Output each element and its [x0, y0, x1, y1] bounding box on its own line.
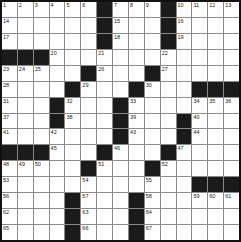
crossword-cell[interactable]	[177, 177, 192, 192]
crossword-cell[interactable]	[145, 114, 160, 129]
clue-number: 53	[3, 177, 9, 183]
clue-number: 51	[98, 161, 104, 167]
crossword-cell[interactable]: 42	[50, 129, 65, 144]
crossword-cell[interactable]	[224, 34, 239, 49]
crossword-cell[interactable]	[34, 177, 49, 192]
crossword-cell[interactable]	[145, 34, 160, 49]
crossword-cell[interactable]	[97, 114, 112, 129]
crossword-cell[interactable]	[224, 225, 239, 240]
black-cell	[224, 177, 239, 192]
clue-number: 11	[193, 2, 199, 8]
clue-number: 58	[146, 193, 152, 199]
crossword-cell[interactable]: 7	[113, 2, 128, 17]
clue-number: 3	[35, 2, 38, 8]
clue-number: 54	[82, 177, 88, 183]
black-cell	[81, 161, 96, 176]
black-cell	[97, 18, 112, 33]
clue-number: 35	[209, 98, 215, 104]
clue-number: 52	[162, 161, 168, 167]
crossword-cell[interactable]	[161, 98, 176, 113]
crossword-cell[interactable]: 2	[18, 2, 33, 17]
crossword-cell[interactable]	[177, 98, 192, 113]
crossword-cell[interactable]: 39	[129, 114, 144, 129]
clue-number: 33	[130, 98, 136, 104]
crossword-cell[interactable]	[113, 225, 128, 240]
black-cell	[145, 66, 160, 81]
crossword-cell[interactable]	[161, 129, 176, 144]
crossword-cell[interactable]	[208, 50, 223, 65]
black-cell	[97, 2, 112, 17]
crossword-cell[interactable]	[34, 193, 49, 208]
black-cell	[2, 50, 17, 65]
crossword-cell[interactable]: 55	[145, 177, 160, 192]
crossword-cell[interactable]: 23	[2, 66, 17, 81]
crossword-cell[interactable]: 26	[97, 66, 112, 81]
clue-number: 2	[19, 2, 22, 8]
crossword-cell[interactable]	[192, 34, 207, 49]
crossword-cell[interactable]: 1	[2, 2, 17, 17]
crossword-cell[interactable]: 18	[113, 34, 128, 49]
crossword-cell[interactable]	[18, 193, 33, 208]
black-cell	[97, 34, 112, 49]
crossword-cell[interactable]	[208, 66, 223, 81]
clue-number: 21	[98, 50, 104, 56]
crossword-cell[interactable]	[65, 50, 80, 65]
clue-number: 12	[209, 2, 215, 8]
black-cell	[34, 145, 49, 160]
crossword-cell[interactable]: 21	[97, 50, 112, 65]
clue-number: 66	[82, 225, 88, 231]
crossword-cell[interactable]: 51	[97, 161, 112, 176]
crossword-cell[interactable]: 66	[81, 225, 96, 240]
crossword-cell[interactable]	[113, 193, 128, 208]
crossword-cell[interactable]	[224, 145, 239, 160]
crossword-cell[interactable]	[97, 177, 112, 192]
crossword-cell[interactable]	[161, 82, 176, 97]
crossword-cell[interactable]: 9	[145, 2, 160, 17]
black-cell	[97, 145, 112, 160]
crossword-cell[interactable]: 35	[208, 98, 223, 113]
black-cell	[65, 225, 80, 240]
crossword-cell[interactable]: 56	[2, 193, 17, 208]
crossword-cell[interactable]: 38	[65, 114, 80, 129]
clue-number: 42	[51, 129, 57, 135]
crossword-cell[interactable]: 37	[2, 114, 17, 129]
clue-number: 67	[146, 225, 152, 231]
black-cell	[113, 114, 128, 129]
crossword-cell[interactable]	[113, 66, 128, 81]
crossword-cell[interactable]	[34, 129, 49, 144]
crossword-cell[interactable]	[177, 82, 192, 97]
clue-number: 62	[3, 209, 9, 215]
black-cell	[161, 34, 176, 49]
black-cell	[177, 129, 192, 144]
black-cell	[113, 98, 128, 113]
crossword-cell[interactable]	[113, 161, 128, 176]
crossword-cell[interactable]	[34, 209, 49, 224]
crossword-cell[interactable]	[81, 50, 96, 65]
clue-number: 1	[3, 2, 6, 8]
crossword-cell[interactable]	[177, 66, 192, 81]
crossword-cell[interactable]	[145, 129, 160, 144]
crossword-cell[interactable]	[192, 66, 207, 81]
crossword-cell[interactable]	[81, 114, 96, 129]
crossword-cell[interactable]	[208, 34, 223, 49]
clue-number: 34	[193, 98, 199, 104]
crossword-cell[interactable]	[97, 82, 112, 97]
crossword-cell[interactable]	[208, 114, 223, 129]
crossword-cell[interactable]	[224, 18, 239, 33]
black-cell	[208, 82, 223, 97]
clue-number: 43	[130, 129, 136, 135]
clue-number: 37	[3, 114, 9, 120]
crossword-cell[interactable]: 67	[145, 225, 160, 240]
crossword-cell[interactable]	[129, 177, 144, 192]
clue-number: 17	[3, 34, 9, 40]
clue-number: 14	[3, 18, 9, 24]
crossword-cell[interactable]: 62	[2, 209, 17, 224]
black-cell	[50, 114, 65, 129]
crossword-cell[interactable]: 19	[177, 34, 192, 49]
clue-number: 38	[66, 114, 72, 120]
crossword-cell[interactable]	[177, 50, 192, 65]
black-cell	[2, 145, 17, 160]
clue-number: 8	[130, 2, 133, 8]
clue-number: 6	[82, 2, 85, 8]
crossword-cell[interactable]	[208, 18, 223, 33]
crossword-cell[interactable]	[177, 161, 192, 176]
black-cell	[208, 177, 223, 192]
crossword-cell[interactable]	[97, 209, 112, 224]
crossword-cell[interactable]: 48	[2, 161, 17, 176]
black-cell	[129, 193, 144, 208]
crossword-cell[interactable]	[113, 177, 128, 192]
clue-number: 47	[178, 145, 184, 151]
crossword-cell[interactable]: 54	[81, 177, 96, 192]
crossword-cell[interactable]: 41	[2, 129, 17, 144]
crossword-cell[interactable]	[65, 34, 80, 49]
black-cell	[224, 82, 239, 97]
crossword-cell[interactable]	[224, 209, 239, 224]
crossword-cell[interactable]	[177, 193, 192, 208]
crossword-cell[interactable]: 49	[18, 161, 33, 176]
crossword-cell[interactable]	[50, 225, 65, 240]
crossword-cell[interactable]	[81, 145, 96, 160]
clue-number: 30	[146, 82, 152, 88]
crossword-cell[interactable]	[97, 129, 112, 144]
crossword-cell[interactable]	[65, 129, 80, 144]
crossword-cell[interactable]: 15	[113, 18, 128, 33]
crossword-cell[interactable]	[208, 129, 223, 144]
crossword-cell[interactable]	[113, 82, 128, 97]
black-cell	[65, 82, 80, 97]
clue-number: 18	[114, 34, 120, 40]
crossword-cell[interactable]: 34	[192, 98, 207, 113]
crossword-cell[interactable]	[97, 225, 112, 240]
clue-number: 65	[3, 225, 9, 231]
crossword-cell[interactable]	[97, 193, 112, 208]
black-cell	[129, 225, 144, 240]
crossword-cell[interactable]	[208, 161, 223, 176]
crossword-cell[interactable]	[50, 34, 65, 49]
crossword-cell[interactable]: 5	[65, 2, 80, 17]
crossword-cell[interactable]: 44	[192, 129, 207, 144]
crossword-cell[interactable]	[129, 50, 144, 65]
clue-number: 4	[51, 2, 54, 8]
crossword-cell[interactable]: 36	[224, 98, 239, 113]
crossword-cell[interactable]: 50	[34, 161, 49, 176]
crossword-cell[interactable]	[192, 161, 207, 176]
clue-number: 45	[51, 145, 57, 151]
crossword-cell[interactable]	[113, 209, 128, 224]
crossword-cell[interactable]: 6	[81, 2, 96, 17]
crossword-cell[interactable]	[18, 82, 33, 97]
clue-number: 24	[19, 66, 25, 72]
crossword-cell[interactable]: 16	[177, 18, 192, 33]
crossword-cell[interactable]	[34, 225, 49, 240]
crossword-cell[interactable]: 24	[18, 66, 33, 81]
black-cell	[161, 18, 176, 33]
crossword-cell[interactable]: 64	[145, 209, 160, 224]
crossword-cell[interactable]	[18, 98, 33, 113]
crossword-cell[interactable]	[224, 129, 239, 144]
clue-number: 36	[225, 98, 231, 104]
crossword-cell[interactable]: 13	[224, 2, 239, 17]
crossword-cell[interactable]	[34, 82, 49, 97]
clue-number: 20	[51, 50, 57, 56]
crossword-cell[interactable]	[50, 177, 65, 192]
crossword-cell[interactable]	[50, 193, 65, 208]
crossword-cell[interactable]	[18, 177, 33, 192]
clue-number: 13	[225, 2, 231, 8]
crossword-cell[interactable]	[192, 225, 207, 240]
crossword-cell[interactable]	[129, 18, 144, 33]
clue-number: 15	[114, 18, 120, 24]
clue-number: 56	[3, 193, 9, 199]
black-cell	[34, 50, 49, 65]
clue-number: 64	[146, 209, 152, 215]
clue-number: 10	[178, 2, 184, 8]
crossword-cell[interactable]	[208, 225, 223, 240]
clue-number: 29	[82, 82, 88, 88]
crossword-cell[interactable]: 40	[192, 114, 207, 129]
crossword-cell[interactable]: 20	[50, 50, 65, 65]
crossword-cell[interactable]	[113, 50, 128, 65]
crossword-cell[interactable]	[18, 129, 33, 144]
crossword-cell[interactable]	[34, 34, 49, 49]
crossword-cell[interactable]: 22	[161, 50, 176, 65]
black-cell	[81, 66, 96, 81]
crossword-cell[interactable]: 45	[50, 145, 65, 160]
crossword-cell[interactable]	[177, 225, 192, 240]
clue-number: 26	[98, 66, 104, 72]
crossword-cell[interactable]: 27	[161, 66, 176, 81]
black-cell	[145, 161, 160, 176]
crossword-cell[interactable]: 30	[145, 82, 160, 97]
crossword-cell[interactable]: 60	[208, 193, 223, 208]
crossword-cell[interactable]	[161, 114, 176, 129]
clue-number: 27	[162, 66, 168, 72]
crossword-cell[interactable]	[18, 209, 33, 224]
crossword-cell[interactable]	[50, 209, 65, 224]
clue-number: 7	[114, 2, 117, 8]
clue-number: 59	[193, 193, 199, 199]
crossword-cell[interactable]	[50, 18, 65, 33]
crossword-cell[interactable]	[65, 18, 80, 33]
black-cell	[129, 209, 144, 224]
clue-number: 9	[146, 2, 149, 8]
clue-number: 63	[82, 209, 88, 215]
crossword-cell[interactable]	[18, 18, 33, 33]
crossword-cell[interactable]: 3	[34, 2, 49, 17]
crossword-cell[interactable]	[129, 66, 144, 81]
black-cell	[65, 193, 80, 208]
crossword-cell[interactable]: 11	[192, 2, 207, 17]
clue-number: 49	[19, 161, 25, 167]
clue-number: 25	[35, 66, 41, 72]
clue-number: 41	[3, 129, 9, 135]
clue-number: 31	[3, 98, 9, 104]
crossword-cell[interactable]	[145, 145, 160, 160]
crossword-cell[interactable]: 63	[81, 209, 96, 224]
crossword-cell[interactable]	[18, 225, 33, 240]
clue-number: 60	[209, 193, 215, 199]
black-cell	[161, 2, 176, 17]
black-cell	[65, 209, 80, 224]
clue-number: 28	[3, 82, 9, 88]
crossword-cell[interactable]: 52	[161, 161, 176, 176]
crossword-cell[interactable]	[50, 82, 65, 97]
crossword-cell[interactable]	[65, 66, 80, 81]
crossword-cell[interactable]	[145, 50, 160, 65]
crossword-cell[interactable]	[161, 177, 176, 192]
crossword-cell[interactable]	[161, 209, 176, 224]
clue-number: 16	[178, 18, 184, 24]
crossword-cell[interactable]	[81, 34, 96, 49]
crossword-cell[interactable]	[208, 145, 223, 160]
clue-number: 39	[130, 114, 136, 120]
black-cell	[177, 114, 192, 129]
crossword-cell[interactable]	[145, 18, 160, 33]
crossword-cell[interactable]: 59	[192, 193, 207, 208]
clue-number: 46	[114, 145, 120, 151]
clue-number: 23	[3, 66, 9, 72]
black-cell	[161, 145, 176, 160]
clue-number: 61	[225, 193, 231, 199]
clue-number: 5	[66, 2, 69, 8]
crossword-cell[interactable]	[208, 209, 223, 224]
black-cell	[192, 82, 207, 97]
crossword-cell[interactable]	[129, 34, 144, 49]
crossword-cell[interactable]: 65	[2, 225, 17, 240]
crossword-cell[interactable]	[50, 66, 65, 81]
crossword-cell[interactable]: 58	[145, 193, 160, 208]
crossword-cell[interactable]	[192, 18, 207, 33]
black-cell	[18, 145, 33, 160]
crossword-cell[interactable]	[65, 145, 80, 160]
crossword-cell[interactable]	[224, 50, 239, 65]
crossword-cell[interactable]: 17	[2, 34, 17, 49]
crossword-cell[interactable]	[192, 209, 207, 224]
crossword-cell[interactable]	[192, 50, 207, 65]
crossword-cell[interactable]: 10	[177, 2, 192, 17]
crossword-cell[interactable]: 46	[113, 145, 128, 160]
crossword-cell[interactable]	[161, 225, 176, 240]
crossword-cell[interactable]	[192, 145, 207, 160]
crossword-cell[interactable]: 61	[224, 193, 239, 208]
crossword-cell[interactable]	[97, 98, 112, 113]
crossword-cell[interactable]	[224, 66, 239, 81]
clue-number: 22	[162, 50, 168, 56]
crossword-cell[interactable]: 4	[50, 2, 65, 17]
crossword-cell[interactable]: 14	[2, 18, 17, 33]
crossword-cell[interactable]: 29	[81, 82, 96, 97]
crossword-cell[interactable]	[34, 18, 49, 33]
clue-number: 48	[3, 161, 9, 167]
crossword-cell[interactable]: 47	[177, 145, 192, 160]
crossword-cell[interactable]	[65, 177, 80, 192]
crossword-cell[interactable]	[65, 161, 80, 176]
crossword-cell[interactable]	[129, 145, 144, 160]
crossword-cell[interactable]	[34, 98, 49, 113]
crossword-cell[interactable]: 57	[81, 193, 96, 208]
crossword-cell[interactable]: 33	[129, 98, 144, 113]
clue-number: 32	[66, 98, 72, 104]
crossword-cell[interactable]: 32	[65, 98, 80, 113]
clue-number: 44	[193, 129, 199, 135]
crossword-cell[interactable]: 31	[2, 98, 17, 113]
crossword-cell[interactable]	[18, 34, 33, 49]
crossword-cell[interactable]: 28	[2, 82, 17, 97]
clue-number: 50	[35, 161, 41, 167]
black-cell	[192, 177, 207, 192]
crossword-cell[interactable]	[18, 114, 33, 129]
crossword-cell[interactable]: 43	[129, 129, 144, 144]
clue-number: 55	[146, 177, 152, 183]
clue-number: 19	[178, 34, 184, 40]
clue-number: 40	[193, 114, 199, 120]
crossword-cell[interactable]	[224, 114, 239, 129]
black-cell	[113, 129, 128, 144]
black-cell	[18, 50, 33, 65]
crossword-cell[interactable]	[81, 129, 96, 144]
crossword-board: 1234567891011121314151617181920212223242…	[0, 0, 241, 242]
black-cell	[129, 82, 144, 97]
crossword-cell[interactable]	[50, 161, 65, 176]
crossword-cell[interactable]: 12	[208, 2, 223, 17]
crossword-cell[interactable]	[145, 98, 160, 113]
crossword-cell[interactable]	[177, 209, 192, 224]
crossword-cell[interactable]	[129, 161, 144, 176]
crossword-cell[interactable]	[34, 114, 49, 129]
crossword-cell[interactable]	[224, 161, 239, 176]
crossword-cell[interactable]: 25	[34, 66, 49, 81]
clue-number: 57	[82, 193, 88, 199]
black-cell	[50, 98, 65, 113]
crossword-cell[interactable]: 8	[129, 2, 144, 17]
crossword-cell[interactable]	[161, 193, 176, 208]
crossword-cell[interactable]: 53	[2, 177, 17, 192]
crossword-cell[interactable]	[81, 98, 96, 113]
crossword-cell[interactable]	[81, 18, 96, 33]
